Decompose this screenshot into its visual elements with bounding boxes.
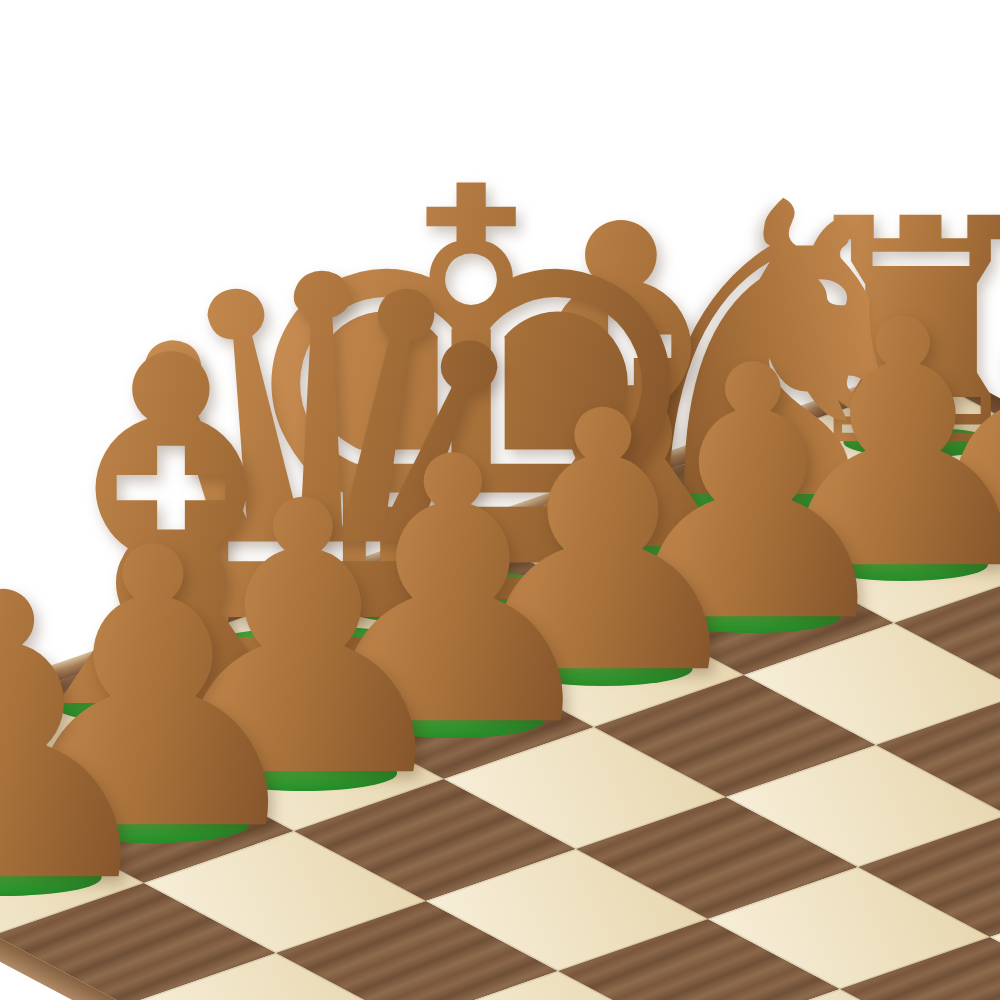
chess-set-photo: ♜♞♟♝♟♚♟♛♟♝♟♟♟♟ [0, 0, 1000, 1000]
pawn-glyph: ♟ [0, 544, 259, 937]
white-pawn-a2[interactable]: ♟ [0, 544, 259, 937]
